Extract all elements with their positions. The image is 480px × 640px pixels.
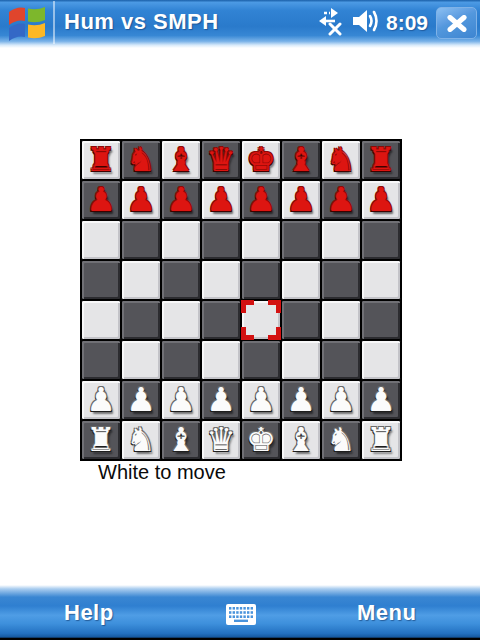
square-e6[interactable] — [241, 220, 281, 260]
square-h6[interactable] — [361, 220, 401, 260]
square-e1[interactable]: ♚ — [241, 420, 281, 460]
square-h3[interactable] — [361, 340, 401, 380]
piece-white-bishop: ♝ — [166, 422, 196, 458]
piece-white-pawn: ♟ — [126, 382, 156, 418]
square-a3[interactable] — [81, 340, 121, 380]
piece-white-knight: ♞ — [126, 422, 156, 458]
piece-white-pawn: ♟ — [166, 382, 196, 418]
chess-board: ♜♞♝♛♚♝♞♜♟♟♟♟♟♟♟♟♟♟♟♟♟♟♟♟♜♞♝♛♚♝♞♜ — [80, 139, 402, 461]
piece-red-pawn: ♟ — [166, 182, 196, 218]
piece-white-knight: ♞ — [326, 422, 356, 458]
square-a5[interactable] — [81, 260, 121, 300]
keyboard-icon[interactable] — [226, 604, 256, 625]
piece-red-pawn: ♟ — [206, 182, 236, 218]
piece-red-king: ♚ — [246, 142, 276, 178]
square-d5[interactable] — [201, 260, 241, 300]
piece-white-pawn: ♟ — [86, 382, 116, 418]
square-h8[interactable]: ♜ — [361, 140, 401, 180]
title-bar: Hum vs SMPH 8:09 — [0, 0, 480, 48]
square-g6[interactable] — [321, 220, 361, 260]
piece-red-bishop: ♝ — [166, 142, 196, 178]
square-c6[interactable] — [161, 220, 201, 260]
piece-white-king: ♚ — [246, 422, 276, 458]
square-d6[interactable] — [201, 220, 241, 260]
cursor-corner-tr — [268, 300, 281, 313]
square-h2[interactable]: ♟ — [361, 380, 401, 420]
piece-red-pawn: ♟ — [286, 182, 316, 218]
square-g5[interactable] — [321, 260, 361, 300]
piece-white-rook: ♜ — [86, 422, 116, 458]
square-g1[interactable]: ♞ — [321, 420, 361, 460]
square-d2[interactable]: ♟ — [201, 380, 241, 420]
square-c1[interactable]: ♝ — [161, 420, 201, 460]
square-b4[interactable] — [121, 300, 161, 340]
piece-red-bishop: ♝ — [286, 142, 316, 178]
square-b2[interactable]: ♟ — [121, 380, 161, 420]
square-d3[interactable] — [201, 340, 241, 380]
square-b6[interactable] — [121, 220, 161, 260]
square-g8[interactable]: ♞ — [321, 140, 361, 180]
piece-red-pawn: ♟ — [86, 182, 116, 218]
square-f8[interactable]: ♝ — [281, 140, 321, 180]
square-b8[interactable]: ♞ — [121, 140, 161, 180]
square-a8[interactable]: ♜ — [81, 140, 121, 180]
piece-red-pawn: ♟ — [246, 182, 276, 218]
square-g3[interactable] — [321, 340, 361, 380]
square-a6[interactable] — [81, 220, 121, 260]
square-h4[interactable] — [361, 300, 401, 340]
piece-red-rook: ♜ — [366, 142, 396, 178]
square-f2[interactable]: ♟ — [281, 380, 321, 420]
square-d4[interactable] — [201, 300, 241, 340]
square-a7[interactable]: ♟ — [81, 180, 121, 220]
piece-white-rook: ♜ — [366, 422, 396, 458]
cursor-corner-bl — [241, 327, 254, 340]
piece-red-pawn: ♟ — [366, 182, 396, 218]
piece-white-pawn: ♟ — [206, 382, 236, 418]
square-c3[interactable] — [161, 340, 201, 380]
square-d7[interactable]: ♟ — [201, 180, 241, 220]
piece-white-pawn: ♟ — [246, 382, 276, 418]
square-a1[interactable]: ♜ — [81, 420, 121, 460]
square-g2[interactable]: ♟ — [321, 380, 361, 420]
piece-red-knight: ♞ — [126, 142, 156, 178]
piece-white-queen: ♛ — [206, 422, 236, 458]
square-b3[interactable] — [121, 340, 161, 380]
cursor-corner-tl — [241, 300, 254, 313]
piece-red-queen: ♛ — [206, 142, 236, 178]
piece-white-pawn: ♟ — [326, 382, 356, 418]
square-e2[interactable]: ♟ — [241, 380, 281, 420]
square-g7[interactable]: ♟ — [321, 180, 361, 220]
square-c4[interactable] — [161, 300, 201, 340]
close-icon — [447, 15, 467, 32]
piece-white-pawn: ♟ — [366, 382, 396, 418]
piece-red-knight: ♞ — [326, 142, 356, 178]
piece-red-pawn: ♟ — [326, 182, 356, 218]
square-f5[interactable] — [281, 260, 321, 300]
square-f1[interactable]: ♝ — [281, 420, 321, 460]
square-h7[interactable]: ♟ — [361, 180, 401, 220]
window-title: Hum vs SMPH — [64, 9, 219, 35]
square-b5[interactable] — [121, 260, 161, 300]
square-b7[interactable]: ♟ — [121, 180, 161, 220]
square-c2[interactable]: ♟ — [161, 380, 201, 420]
titlebar-divider — [53, 1, 55, 44]
square-e8[interactable]: ♚ — [241, 140, 281, 180]
square-d1[interactable]: ♛ — [201, 420, 241, 460]
titlebar-status-icons: 8:09 — [317, 7, 428, 39]
square-e5[interactable] — [241, 260, 281, 300]
square-f6[interactable] — [281, 220, 321, 260]
square-f7[interactable]: ♟ — [281, 180, 321, 220]
piece-white-bishop: ♝ — [286, 422, 316, 458]
square-d8[interactable]: ♛ — [201, 140, 241, 180]
square-c5[interactable] — [161, 260, 201, 300]
square-e7[interactable]: ♟ — [241, 180, 281, 220]
square-g4[interactable] — [321, 300, 361, 340]
square-e3[interactable] — [241, 340, 281, 380]
cursor-corner-br — [268, 327, 281, 340]
turn-status-text: White to move — [98, 461, 226, 484]
square-a2[interactable]: ♟ — [81, 380, 121, 420]
piece-red-pawn: ♟ — [126, 182, 156, 218]
square-h1[interactable]: ♜ — [361, 420, 401, 460]
square-f4[interactable] — [281, 300, 321, 340]
clock-time[interactable]: 8:09 — [386, 11, 428, 35]
connectivity-off-icon[interactable] — [317, 6, 345, 40]
close-button[interactable] — [436, 7, 477, 39]
square-c8[interactable]: ♝ — [161, 140, 201, 180]
windows-start-flag-icon[interactable] — [6, 4, 48, 42]
square-c7[interactable]: ♟ — [161, 180, 201, 220]
piece-red-rook: ♜ — [86, 142, 116, 178]
menu-button[interactable]: Menu — [357, 600, 416, 626]
help-button[interactable]: Help — [64, 600, 114, 626]
square-e4[interactable] — [241, 300, 281, 340]
square-a4[interactable] — [81, 300, 121, 340]
speaker-icon[interactable] — [352, 8, 379, 38]
square-f3[interactable] — [281, 340, 321, 380]
square-b1[interactable]: ♞ — [121, 420, 161, 460]
square-h5[interactable] — [361, 260, 401, 300]
piece-white-pawn: ♟ — [286, 382, 316, 418]
